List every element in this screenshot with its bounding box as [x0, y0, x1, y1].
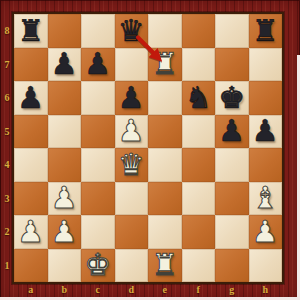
file-label-d: d — [115, 282, 149, 297]
square-a7[interactable] — [14, 48, 48, 82]
square-h1[interactable] — [249, 249, 283, 283]
piece-black-pawn: ♟ — [252, 116, 279, 146]
square-g2[interactable] — [215, 215, 249, 249]
file-labels: abcdefgh — [14, 282, 282, 297]
square-b7[interactable]: ♟ — [48, 48, 82, 82]
piece-black-pawn: ♟ — [51, 49, 78, 79]
square-g7[interactable] — [215, 48, 249, 82]
piece-white-king: ♚ — [84, 250, 111, 280]
rank-label-1: 1 — [0, 249, 14, 283]
square-h8[interactable]: ♜ — [249, 14, 283, 48]
piece-white-pawn: ♟ — [51, 217, 78, 247]
square-g6[interactable]: ♚ — [215, 81, 249, 115]
file-label-a: a — [14, 282, 48, 297]
square-f3[interactable] — [182, 182, 216, 216]
square-c4[interactable] — [81, 148, 115, 182]
piece-black-king: ♚ — [218, 83, 245, 113]
piece-white-pawn: ♟ — [118, 116, 145, 146]
square-d7[interactable] — [115, 48, 149, 82]
square-e4[interactable] — [148, 148, 182, 182]
square-a5[interactable] — [14, 115, 48, 149]
square-c1[interactable]: ♚ — [81, 249, 115, 283]
piece-black-knight: ♞ — [185, 83, 212, 113]
square-d5[interactable]: ♟ — [115, 115, 149, 149]
square-a4[interactable] — [14, 148, 48, 182]
piece-black-queen: ♛ — [118, 16, 145, 46]
square-c2[interactable] — [81, 215, 115, 249]
square-f7[interactable] — [182, 48, 216, 82]
file-label-g: g — [215, 282, 249, 297]
square-f6[interactable]: ♞ — [182, 81, 216, 115]
piece-white-queen: ♛ — [118, 150, 145, 180]
file-label-e: e — [148, 282, 182, 297]
square-e8[interactable] — [148, 14, 182, 48]
square-g8[interactable] — [215, 14, 249, 48]
square-f4[interactable] — [182, 148, 216, 182]
piece-black-pawn: ♟ — [118, 83, 145, 113]
square-a3[interactable] — [14, 182, 48, 216]
square-c3[interactable] — [81, 182, 115, 216]
square-b2[interactable]: ♟ — [48, 215, 82, 249]
square-h6[interactable] — [249, 81, 283, 115]
rank-label-7: 7 — [0, 48, 14, 82]
file-label-c: c — [81, 282, 115, 297]
piece-black-rook: ♜ — [17, 16, 44, 46]
square-g3[interactable] — [215, 182, 249, 216]
square-e2[interactable] — [148, 215, 182, 249]
square-c5[interactable] — [81, 115, 115, 149]
piece-white-rook: ♜ — [151, 250, 178, 280]
piece-white-rook: ♜ — [151, 49, 178, 79]
piece-black-pawn: ♟ — [17, 83, 44, 113]
file-label-f: f — [182, 282, 216, 297]
square-f2[interactable] — [182, 215, 216, 249]
piece-black-rook: ♜ — [252, 16, 279, 46]
square-e1[interactable]: ♜ — [148, 249, 182, 283]
square-f8[interactable] — [182, 14, 216, 48]
square-b5[interactable] — [48, 115, 82, 149]
square-h4[interactable] — [249, 148, 283, 182]
square-e5[interactable] — [148, 115, 182, 149]
square-a6[interactable]: ♟ — [14, 81, 48, 115]
square-b3[interactable]: ♟ — [48, 182, 82, 216]
piece-white-pawn: ♟ — [252, 217, 279, 247]
square-a1[interactable] — [14, 249, 48, 283]
square-b6[interactable] — [48, 81, 82, 115]
square-a8[interactable]: ♜ — [14, 14, 48, 48]
square-d3[interactable] — [115, 182, 149, 216]
square-f1[interactable] — [182, 249, 216, 283]
rank-labels: 87654321 — [0, 14, 14, 282]
square-h5[interactable]: ♟ — [249, 115, 283, 149]
square-g5[interactable]: ♟ — [215, 115, 249, 149]
square-h7[interactable] — [249, 48, 283, 82]
rank-label-3: 3 — [0, 182, 14, 216]
piece-black-pawn: ♟ — [218, 116, 245, 146]
square-c8[interactable] — [81, 14, 115, 48]
square-b1[interactable] — [48, 249, 82, 283]
square-h2[interactable]: ♟ — [249, 215, 283, 249]
square-g1[interactable] — [215, 249, 249, 283]
rank-label-6: 6 — [0, 81, 14, 115]
square-a2[interactable]: ♟ — [14, 215, 48, 249]
square-d1[interactable] — [115, 249, 149, 283]
square-f5[interactable] — [182, 115, 216, 149]
file-label-h: h — [249, 282, 283, 297]
rank-label-8: 8 — [0, 14, 14, 48]
square-b8[interactable] — [48, 14, 82, 48]
file-label-b: b — [48, 282, 82, 297]
piece-white-pawn: ♟ — [17, 217, 44, 247]
page-edge-right — [297, 55, 300, 300]
chess-board: ♜♛♜♟♟♜♟♟♞♚♟♟♟♛♟♝♟♟♟♚♜ — [14, 14, 282, 282]
rank-label-5: 5 — [0, 115, 14, 149]
rank-label-4: 4 — [0, 148, 14, 182]
rank-label-2: 2 — [0, 215, 14, 249]
piece-white-bishop: ♝ — [252, 183, 279, 213]
square-b4[interactable] — [48, 148, 82, 182]
square-g4[interactable] — [215, 148, 249, 182]
square-d6[interactable]: ♟ — [115, 81, 149, 115]
square-d2[interactable] — [115, 215, 149, 249]
square-h3[interactable]: ♝ — [249, 182, 283, 216]
square-e3[interactable] — [148, 182, 182, 216]
square-c7[interactable]: ♟ — [81, 48, 115, 82]
square-e7[interactable]: ♜ — [148, 48, 182, 82]
square-e6[interactable] — [148, 81, 182, 115]
square-d8[interactable]: ♛ — [115, 14, 149, 48]
square-c6[interactable] — [81, 81, 115, 115]
square-d4[interactable]: ♛ — [115, 148, 149, 182]
piece-black-pawn: ♟ — [84, 49, 111, 79]
chessboard-frame: 87654321 abcdefgh ♜♛♜♟♟♜♟♟♞♚♟♟♟♛♟♝♟♟♟♚♜ — [0, 0, 300, 300]
piece-white-pawn: ♟ — [51, 183, 78, 213]
